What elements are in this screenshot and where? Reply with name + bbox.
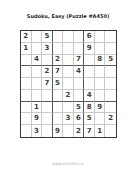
sudoku-cell[interactable]	[105, 102, 116, 114]
sudoku-cell[interactable]	[21, 55, 32, 67]
sudoku-cell[interactable]: 4	[84, 90, 95, 102]
sudoku-cell[interactable]: 2	[21, 31, 32, 43]
sudoku-cell[interactable]: 5	[53, 78, 64, 90]
sudoku-cell[interactable]: 5	[42, 31, 53, 43]
sudoku-cell[interactable]	[74, 43, 85, 55]
sudoku-cell[interactable]	[84, 78, 95, 90]
page-title: Sudoku, Easy (Puzzle #A450)	[0, 13, 136, 19]
sudoku-cell[interactable]	[42, 102, 53, 114]
sudoku-cell[interactable]: 9	[53, 125, 64, 137]
sudoku-cell[interactable]	[21, 90, 32, 102]
sudoku-cell[interactable]	[105, 90, 116, 102]
sudoku-cell[interactable]	[53, 113, 64, 125]
sudoku-cell[interactable]: 4	[32, 55, 43, 67]
sudoku-cell[interactable]	[95, 66, 106, 78]
sudoku-cell[interactable]	[84, 66, 95, 78]
sudoku-cell[interactable]: 2	[105, 113, 116, 125]
sudoku-cell[interactable]: 1	[95, 125, 106, 137]
sudoku-cell[interactable]: 7	[74, 55, 85, 67]
sudoku-cell[interactable]	[63, 55, 74, 67]
sudoku-cell[interactable]	[21, 113, 32, 125]
sudoku-cell[interactable]	[84, 55, 95, 67]
sudoku-cell[interactable]	[32, 78, 43, 90]
sudoku-cell[interactable]	[105, 31, 116, 43]
sudoku-cell[interactable]	[32, 90, 43, 102]
sudoku-cell[interactable]	[21, 78, 32, 90]
sudoku-cell[interactable]	[74, 31, 85, 43]
sudoku-cell[interactable]	[95, 31, 106, 43]
sudoku-cell[interactable]	[105, 43, 116, 55]
sudoku-cell[interactable]	[42, 125, 53, 137]
sudoku-cell[interactable]	[42, 113, 53, 125]
sudoku-cell[interactable]: 9	[95, 102, 106, 114]
sudoku-cell[interactable]	[95, 78, 106, 90]
sudoku-cell[interactable]: 8	[95, 55, 106, 67]
sudoku-cell[interactable]	[21, 102, 32, 114]
sudoku-cell[interactable]	[53, 90, 64, 102]
sudoku-cell[interactable]: 5	[105, 55, 116, 67]
sudoku-cell[interactable]: 7	[53, 66, 64, 78]
sudoku-cell[interactable]: 3	[63, 113, 74, 125]
sudoku-cell[interactable]: 7	[84, 125, 95, 137]
sudoku-cell[interactable]	[63, 125, 74, 137]
sudoku-cell[interactable]	[63, 66, 74, 78]
sudoku-cell[interactable]	[21, 66, 32, 78]
sudoku-cell[interactable]: 6	[84, 31, 95, 43]
sudoku-cell[interactable]	[95, 113, 106, 125]
sudoku-cell[interactable]	[105, 78, 116, 90]
sudoku-cell[interactable]: 2	[42, 66, 53, 78]
sudoku-cell[interactable]	[74, 90, 85, 102]
sudoku-cell[interactable]	[42, 90, 53, 102]
sudoku-cell[interactable]	[105, 125, 116, 137]
sudoku-cell[interactable]: 8	[84, 102, 95, 114]
sudoku-cell[interactable]	[95, 90, 106, 102]
sudoku-cell[interactable]: 5	[74, 102, 85, 114]
sudoku-cell[interactable]: 1	[32, 102, 43, 114]
sudoku-cell[interactable]	[74, 78, 85, 90]
sudoku-cell[interactable]	[63, 78, 74, 90]
sudoku-cell[interactable]: 3	[42, 43, 53, 55]
sudoku-cell[interactable]	[53, 31, 64, 43]
sudoku-cell[interactable]: 2	[53, 55, 64, 67]
sudoku-cell[interactable]	[105, 66, 116, 78]
sudoku-cell[interactable]	[21, 125, 32, 137]
sudoku-cell[interactable]: 4	[74, 66, 85, 78]
sudoku-cell[interactable]	[42, 55, 53, 67]
sudoku-cell[interactable]	[63, 31, 74, 43]
sudoku-board: 25613942785274752415899365239271	[20, 30, 117, 138]
puzzle-sheet: Sudoku, Easy (Puzzle #A450) 256139427852…	[0, 0, 136, 176]
sudoku-cell[interactable]: 9	[32, 113, 43, 125]
sudoku-cell[interactable]: 2	[74, 125, 85, 137]
sudoku-cell[interactable]: 5	[84, 113, 95, 125]
footer-url: www.puzzles.ca	[0, 161, 136, 166]
sudoku-cell[interactable]: 6	[74, 113, 85, 125]
sudoku-cell[interactable]	[32, 66, 43, 78]
sudoku-cell[interactable]	[95, 43, 106, 55]
sudoku-cell[interactable]	[63, 102, 74, 114]
sudoku-cell[interactable]: 1	[21, 43, 32, 55]
sudoku-cell[interactable]: 2	[63, 90, 74, 102]
sudoku-cell[interactable]	[32, 43, 43, 55]
sudoku-cell[interactable]: 3	[32, 125, 43, 137]
sudoku-cell[interactable]	[63, 43, 74, 55]
sudoku-cell[interactable]	[32, 31, 43, 43]
sudoku-cell[interactable]: 7	[42, 78, 53, 90]
sudoku-cell[interactable]	[53, 102, 64, 114]
sudoku-cell[interactable]	[53, 43, 64, 55]
sudoku-cell[interactable]: 9	[84, 43, 95, 55]
